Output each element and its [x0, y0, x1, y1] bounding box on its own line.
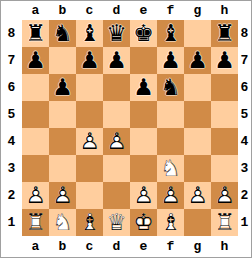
piece-outline-glyph: ♘: [49, 209, 76, 236]
board-frame: abcdefgh8♜♞♝♛♚♝♜87♟♟♟♟♟♟76♟♟♞6554♟♙♟♙43♞…: [0, 0, 252, 258]
black-rook[interactable]: ♜: [22, 20, 49, 47]
rank-label-left-8: 8: [1, 20, 22, 47]
white-queen[interactable]: ♛♕: [103, 209, 130, 236]
file-label-top-b: b: [49, 1, 76, 20]
piece-outline-glyph: ♔: [130, 209, 157, 236]
square-e6[interactable]: ♟: [130, 74, 157, 101]
square-g6[interactable]: [184, 74, 211, 101]
square-f6[interactable]: ♞: [157, 74, 184, 101]
file-label-bottom-b: b: [49, 236, 76, 257]
square-h2[interactable]: ♟♙: [211, 182, 238, 209]
square-f2[interactable]: ♟♙: [157, 182, 184, 209]
piece-outline-glyph: ♘: [157, 155, 184, 182]
square-c6[interactable]: [76, 74, 103, 101]
square-h5[interactable]: [211, 101, 238, 128]
square-h7[interactable]: ♟: [211, 47, 238, 74]
white-pawn[interactable]: ♟♙: [76, 128, 103, 155]
piece-outline-glyph: ♗: [157, 209, 184, 236]
black-pawn[interactable]: ♟: [22, 47, 49, 74]
square-a8[interactable]: ♜: [22, 20, 49, 47]
black-pawn[interactable]: ♟: [76, 47, 103, 74]
piece-glyph: ♟: [22, 47, 49, 74]
square-h1[interactable]: ♜♖: [211, 209, 238, 236]
white-pawn[interactable]: ♟♙: [49, 182, 76, 209]
white-pawn[interactable]: ♟♙: [130, 182, 157, 209]
piece-outline-glyph: ♙: [49, 182, 76, 209]
white-pawn[interactable]: ♟♙: [103, 128, 130, 155]
board-margin: [1, 236, 22, 257]
white-pawn[interactable]: ♟♙: [184, 182, 211, 209]
square-f4[interactable]: [157, 128, 184, 155]
black-pawn[interactable]: ♟: [49, 74, 76, 101]
white-knight[interactable]: ♞♘: [49, 209, 76, 236]
square-c8[interactable]: ♝: [76, 20, 103, 47]
file-label-bottom-e: e: [130, 236, 157, 257]
piece-glyph: ♚: [130, 20, 157, 47]
piece-glyph: ♞: [49, 20, 76, 47]
square-d2[interactable]: [103, 182, 130, 209]
square-a5[interactable]: [22, 101, 49, 128]
black-bishop[interactable]: ♝: [76, 20, 103, 47]
piece-glyph: ♟: [49, 74, 76, 101]
white-pawn[interactable]: ♟♙: [22, 182, 49, 209]
square-d6[interactable]: [103, 74, 130, 101]
square-h4[interactable]: [211, 128, 238, 155]
rank-label-left-6: 6: [1, 74, 22, 101]
board-margin: [238, 1, 251, 20]
square-g3[interactable]: [184, 155, 211, 182]
black-rook[interactable]: ♜: [211, 20, 238, 47]
square-c1[interactable]: ♝♗: [76, 209, 103, 236]
square-a2[interactable]: ♟♙: [22, 182, 49, 209]
square-a7[interactable]: ♟: [22, 47, 49, 74]
piece-outline-glyph: ♖: [22, 209, 49, 236]
file-label-bottom-g: g: [184, 236, 211, 257]
square-a6[interactable]: [22, 74, 49, 101]
square-d5[interactable]: [103, 101, 130, 128]
square-g2[interactable]: ♟♙: [184, 182, 211, 209]
piece-outline-glyph: ♖: [211, 209, 238, 236]
piece-glyph: ♝: [157, 20, 184, 47]
square-h6[interactable]: [211, 74, 238, 101]
square-d7[interactable]: ♟: [103, 47, 130, 74]
square-a4[interactable]: [22, 128, 49, 155]
rank-label-left-4: 4: [1, 128, 22, 155]
file-label-bottom-d: d: [103, 236, 130, 257]
square-f1[interactable]: ♝♗: [157, 209, 184, 236]
white-king[interactable]: ♚♔: [130, 209, 157, 236]
square-e8[interactable]: ♚: [130, 20, 157, 47]
rank-label-left-5: 5: [1, 101, 22, 128]
square-f8[interactable]: ♝: [157, 20, 184, 47]
white-pawn[interactable]: ♟♙: [157, 182, 184, 209]
square-e4[interactable]: [130, 128, 157, 155]
piece-outline-glyph: ♙: [103, 128, 130, 155]
square-h3[interactable]: [211, 155, 238, 182]
white-rook[interactable]: ♜♖: [211, 209, 238, 236]
black-queen[interactable]: ♛: [103, 20, 130, 47]
square-g5[interactable]: [184, 101, 211, 128]
square-h8[interactable]: ♜: [211, 20, 238, 47]
piece-glyph: ♟: [76, 47, 103, 74]
piece-outline-glyph: ♙: [22, 182, 49, 209]
square-a1[interactable]: ♜♖: [22, 209, 49, 236]
square-g1[interactable]: [184, 209, 211, 236]
piece-glyph: ♟: [130, 74, 157, 101]
rank-label-left-2: 2: [1, 182, 22, 209]
white-bishop[interactable]: ♝♗: [76, 209, 103, 236]
piece-outline-glyph: ♗: [76, 209, 103, 236]
piece-glyph: ♛: [103, 20, 130, 47]
file-label-bottom-c: c: [76, 236, 103, 257]
white-knight[interactable]: ♞♘: [157, 155, 184, 182]
square-b2[interactable]: ♟♙: [49, 182, 76, 209]
square-b6[interactable]: ♟: [49, 74, 76, 101]
chess-board: abcdefgh8♜♞♝♛♚♝♜87♟♟♟♟♟♟76♟♟♞6554♟♙♟♙43♞…: [1, 1, 251, 257]
rank-label-right-6: 6: [238, 74, 251, 101]
square-b1[interactable]: ♞♘: [49, 209, 76, 236]
rank-label-right-4: 4: [238, 128, 251, 155]
square-d1[interactable]: ♛♕: [103, 209, 130, 236]
piece-glyph: ♜: [211, 20, 238, 47]
rank-label-right-8: 8: [238, 20, 251, 47]
black-pawn[interactable]: ♟: [211, 47, 238, 74]
square-b8[interactable]: ♞: [49, 20, 76, 47]
piece-glyph: ♟: [103, 47, 130, 74]
board-margin: [1, 1, 22, 20]
black-pawn[interactable]: ♟: [184, 47, 211, 74]
rank-label-right-3: 3: [238, 155, 251, 182]
square-e3[interactable]: [130, 155, 157, 182]
rank-label-right-2: 2: [238, 182, 251, 209]
black-pawn[interactable]: ♟: [130, 74, 157, 101]
piece-outline-glyph: ♕: [103, 209, 130, 236]
square-e1[interactable]: ♚♔: [130, 209, 157, 236]
black-pawn[interactable]: ♟: [157, 47, 184, 74]
file-label-top-f: f: [157, 1, 184, 20]
rank-label-right-5: 5: [238, 101, 251, 128]
rank-label-left-1: 1: [1, 209, 22, 236]
file-label-bottom-h: h: [211, 236, 238, 257]
file-label-top-c: c: [76, 1, 103, 20]
square-f7[interactable]: ♟: [157, 47, 184, 74]
piece-glyph: ♟: [157, 47, 184, 74]
black-king[interactable]: ♚: [130, 20, 157, 47]
square-g7[interactable]: ♟: [184, 47, 211, 74]
square-f5[interactable]: [157, 101, 184, 128]
piece-outline-glyph: ♙: [130, 182, 157, 209]
square-c3[interactable]: [76, 155, 103, 182]
file-label-top-g: g: [184, 1, 211, 20]
square-e5[interactable]: [130, 101, 157, 128]
square-b4[interactable]: [49, 128, 76, 155]
board-margin: [238, 236, 251, 257]
black-bishop[interactable]: ♝: [157, 20, 184, 47]
square-g4[interactable]: [184, 128, 211, 155]
square-c2[interactable]: [76, 182, 103, 209]
file-label-top-e: e: [130, 1, 157, 20]
square-c4[interactable]: ♟♙: [76, 128, 103, 155]
square-c5[interactable]: [76, 101, 103, 128]
white-rook[interactable]: ♜♖: [22, 209, 49, 236]
piece-outline-glyph: ♙: [157, 182, 184, 209]
square-b7[interactable]: [49, 47, 76, 74]
square-e2[interactable]: ♟♙: [130, 182, 157, 209]
file-label-top-d: d: [103, 1, 130, 20]
square-b5[interactable]: [49, 101, 76, 128]
square-d4[interactable]: ♟♙: [103, 128, 130, 155]
square-f3[interactable]: ♞♘: [157, 155, 184, 182]
white-pawn[interactable]: ♟♙: [211, 182, 238, 209]
white-bishop[interactable]: ♝♗: [157, 209, 184, 236]
piece-outline-glyph: ♙: [211, 182, 238, 209]
piece-outline-glyph: ♙: [76, 128, 103, 155]
black-pawn[interactable]: ♟: [103, 47, 130, 74]
piece-outline-glyph: ♙: [184, 182, 211, 209]
file-label-top-a: a: [22, 1, 49, 20]
rank-label-left-7: 7: [1, 47, 22, 74]
square-d3[interactable]: [103, 155, 130, 182]
black-knight[interactable]: ♞: [49, 20, 76, 47]
rank-label-left-3: 3: [1, 155, 22, 182]
piece-glyph: ♜: [22, 20, 49, 47]
rank-label-right-1: 1: [238, 209, 251, 236]
square-b3[interactable]: [49, 155, 76, 182]
file-label-bottom-f: f: [157, 236, 184, 257]
piece-glyph: ♟: [184, 47, 211, 74]
piece-glyph: ♟: [211, 47, 238, 74]
square-g8[interactable]: [184, 20, 211, 47]
square-d8[interactable]: ♛: [103, 20, 130, 47]
file-label-top-h: h: [211, 1, 238, 20]
square-a3[interactable]: [22, 155, 49, 182]
square-e7[interactable]: [130, 47, 157, 74]
piece-glyph: ♝: [76, 20, 103, 47]
piece-glyph: ♞: [157, 74, 184, 101]
black-knight[interactable]: ♞: [157, 74, 184, 101]
square-c7[interactable]: ♟: [76, 47, 103, 74]
file-label-bottom-a: a: [22, 236, 49, 257]
rank-label-right-7: 7: [238, 47, 251, 74]
